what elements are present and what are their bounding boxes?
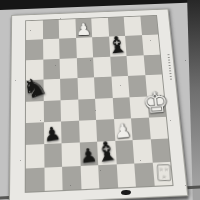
white-pawn: ♟ <box>114 121 133 141</box>
square-e1 <box>98 164 117 188</box>
square-c8 <box>59 19 76 39</box>
white-pawn: ♟ <box>75 21 92 38</box>
black-pawn: ♟ <box>79 145 99 166</box>
square-c5 <box>60 78 78 100</box>
square-g6 <box>127 55 145 76</box>
maker-stamp: ♕♕♕ <box>156 165 170 182</box>
square-g2 <box>133 140 153 164</box>
square-a8 <box>26 20 43 40</box>
square-a7 <box>26 40 43 60</box>
square-d8: ♟ <box>75 18 92 38</box>
square-h3 <box>148 117 168 140</box>
square-b1 <box>44 166 63 190</box>
square-d7 <box>76 38 93 58</box>
square-a4 <box>26 101 44 123</box>
square-c4 <box>61 99 79 121</box>
square-g7 <box>125 36 143 56</box>
background-top-edge <box>0 0 200 10</box>
square-e7 <box>92 37 110 57</box>
square-a3 <box>26 122 44 145</box>
square-e5 <box>94 77 112 99</box>
square-b8 <box>42 20 59 40</box>
square-d3 <box>79 120 98 143</box>
board-grid: ♟♝♞♚♟♟♟♝♕♕♕ <box>25 15 174 193</box>
square-a1 <box>26 167 44 192</box>
square-d6 <box>76 57 94 78</box>
square-b2 <box>44 144 62 168</box>
square-d1 <box>80 165 99 189</box>
square-b4 <box>43 100 61 122</box>
photo-frame: ♟♝♞♚♟♟♟♝♕♕♕ <box>0 0 200 200</box>
square-h6 <box>143 54 162 75</box>
square-a2 <box>26 144 44 168</box>
square-h1: ♕♕♕ <box>152 162 172 186</box>
square-b5 <box>43 79 60 101</box>
square-f7: ♝ <box>109 36 127 56</box>
square-f5 <box>111 76 129 98</box>
square-c2 <box>62 143 81 167</box>
square-g8 <box>124 16 142 36</box>
square-e6 <box>93 57 111 78</box>
square-e4 <box>95 98 114 120</box>
square-a5: ♞ <box>26 80 43 102</box>
square-h4: ♚ <box>147 95 166 117</box>
square-f4 <box>112 97 131 119</box>
square-h2 <box>150 139 170 163</box>
stamp-crown-mark: ♕ <box>163 167 168 171</box>
square-d5 <box>77 77 95 99</box>
square-f3: ♟ <box>114 118 133 141</box>
stamp-crown-mark: ♕ <box>161 175 166 179</box>
square-h5 <box>145 75 164 97</box>
square-c6 <box>60 58 77 79</box>
square-b3: ♟ <box>43 121 61 144</box>
chess-board: ♟♝♞♚♟♟♟♝♕♕♕ <box>9 9 188 200</box>
margin-marking <box>167 54 172 79</box>
square-c1 <box>62 166 81 190</box>
square-b7 <box>43 39 60 59</box>
square-e3 <box>96 119 115 142</box>
square-b6 <box>43 59 60 80</box>
black-pawn: ♟ <box>43 124 62 145</box>
square-f2 <box>115 140 134 164</box>
square-f6 <box>110 56 128 77</box>
square-h7 <box>142 35 160 55</box>
square-g4 <box>129 96 148 118</box>
square-e8 <box>91 18 108 38</box>
square-g3 <box>131 117 150 140</box>
square-f1 <box>116 163 136 187</box>
background-right-edge <box>187 0 200 200</box>
square-d4 <box>78 98 96 120</box>
square-a6 <box>26 59 43 80</box>
square-f8 <box>108 17 126 37</box>
square-c7 <box>59 38 76 58</box>
square-c3 <box>61 121 79 144</box>
square-d2: ♟ <box>79 142 98 166</box>
square-g1 <box>134 162 154 186</box>
square-e2: ♝ <box>97 141 116 165</box>
square-h8 <box>140 16 158 36</box>
square-g5 <box>128 75 147 97</box>
